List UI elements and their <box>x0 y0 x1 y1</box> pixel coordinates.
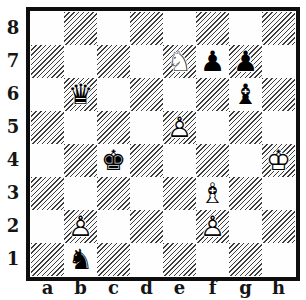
square-h8[interactable] <box>262 12 295 45</box>
square-c3[interactable] <box>97 177 130 210</box>
square-h6[interactable] <box>262 78 295 111</box>
square-f4[interactable] <box>196 144 229 177</box>
file-label-a: a <box>31 277 64 299</box>
square-g6[interactable]: ♝ <box>229 78 262 111</box>
square-e3[interactable] <box>163 177 196 210</box>
square-c1[interactable] <box>97 243 130 276</box>
file-labels: abcdefgh <box>31 277 295 299</box>
rank-labels: 87654321 <box>0 11 26 275</box>
square-a3[interactable] <box>31 177 64 210</box>
square-f8[interactable] <box>196 12 229 45</box>
file-label-g: g <box>229 277 262 299</box>
square-d3[interactable] <box>130 177 163 210</box>
square-g3[interactable] <box>229 177 262 210</box>
square-a6[interactable] <box>31 78 64 111</box>
square-b8[interactable] <box>64 12 97 45</box>
square-c6[interactable] <box>97 78 130 111</box>
file-label-d: d <box>130 277 163 299</box>
square-d1[interactable] <box>130 243 163 276</box>
file-label-f: f <box>196 277 229 299</box>
square-d5[interactable] <box>130 111 163 144</box>
square-a7[interactable] <box>31 45 64 78</box>
square-c8[interactable] <box>97 12 130 45</box>
chess-diagram: 87654321 ♘♟♟♛♝♙♚♔♗♙♙♞ abcdefgh <box>0 0 306 300</box>
square-a2[interactable] <box>31 210 64 243</box>
square-e7[interactable]: ♘ <box>163 45 196 78</box>
square-c7[interactable] <box>97 45 130 78</box>
square-h3[interactable] <box>262 177 295 210</box>
white-bishop-f3[interactable]: ♗ <box>200 177 225 210</box>
file-label-e: e <box>163 277 196 299</box>
square-c5[interactable] <box>97 111 130 144</box>
square-h4[interactable]: ♔ <box>262 144 295 177</box>
square-e1[interactable] <box>163 243 196 276</box>
board-frame: ♘♟♟♛♝♙♚♔♗♙♙♞ <box>26 7 300 281</box>
square-g7[interactable]: ♟ <box>229 45 262 78</box>
square-d7[interactable] <box>130 45 163 78</box>
rank-label-7: 7 <box>0 44 26 77</box>
square-e6[interactable] <box>163 78 196 111</box>
square-b1[interactable]: ♞ <box>64 243 97 276</box>
square-b3[interactable] <box>64 177 97 210</box>
square-a1[interactable] <box>31 243 64 276</box>
square-b2[interactable]: ♙ <box>64 210 97 243</box>
square-d4[interactable] <box>130 144 163 177</box>
square-d6[interactable] <box>130 78 163 111</box>
rank-label-6: 6 <box>0 77 26 110</box>
square-e4[interactable] <box>163 144 196 177</box>
square-a8[interactable] <box>31 12 64 45</box>
black-king-c4[interactable]: ♚ <box>101 144 126 177</box>
black-knight-b1[interactable]: ♞ <box>68 243 93 276</box>
board: ♘♟♟♛♝♙♚♔♗♙♙♞ <box>31 12 295 276</box>
square-h7[interactable] <box>262 45 295 78</box>
square-g1[interactable] <box>229 243 262 276</box>
rank-label-1: 1 <box>0 242 26 275</box>
square-f6[interactable] <box>196 78 229 111</box>
file-label-h: h <box>262 277 295 299</box>
white-pawn-b2[interactable]: ♙ <box>68 210 93 243</box>
square-e5[interactable]: ♙ <box>163 111 196 144</box>
square-h2[interactable] <box>262 210 295 243</box>
square-d8[interactable] <box>130 12 163 45</box>
square-b4[interactable] <box>64 144 97 177</box>
square-e2[interactable] <box>163 210 196 243</box>
square-e8[interactable] <box>163 12 196 45</box>
white-knight-e7[interactable]: ♘ <box>167 45 192 78</box>
square-a4[interactable] <box>31 144 64 177</box>
square-g5[interactable] <box>229 111 262 144</box>
white-pawn-f2[interactable]: ♙ <box>200 210 225 243</box>
black-bishop-g6[interactable]: ♝ <box>233 78 258 111</box>
rank-label-4: 4 <box>0 143 26 176</box>
square-f3[interactable]: ♗ <box>196 177 229 210</box>
square-b6[interactable]: ♛ <box>64 78 97 111</box>
square-c4[interactable]: ♚ <box>97 144 130 177</box>
file-label-b: b <box>64 277 97 299</box>
file-label-c: c <box>97 277 130 299</box>
square-f5[interactable] <box>196 111 229 144</box>
square-h5[interactable] <box>262 111 295 144</box>
square-b5[interactable] <box>64 111 97 144</box>
rank-label-8: 8 <box>0 11 26 44</box>
square-b7[interactable] <box>64 45 97 78</box>
rank-label-2: 2 <box>0 209 26 242</box>
square-h1[interactable] <box>262 243 295 276</box>
square-f1[interactable] <box>196 243 229 276</box>
square-a5[interactable] <box>31 111 64 144</box>
square-f2[interactable]: ♙ <box>196 210 229 243</box>
black-pawn-g7[interactable]: ♟ <box>233 45 258 78</box>
rank-label-3: 3 <box>0 176 26 209</box>
square-g2[interactable] <box>229 210 262 243</box>
rank-label-5: 5 <box>0 110 26 143</box>
square-d2[interactable] <box>130 210 163 243</box>
square-c2[interactable] <box>97 210 130 243</box>
square-g4[interactable] <box>229 144 262 177</box>
black-queen-b6[interactable]: ♛ <box>68 78 93 111</box>
white-king-h4[interactable]: ♔ <box>266 144 291 177</box>
black-pawn-f7[interactable]: ♟ <box>200 45 225 78</box>
square-g8[interactable] <box>229 12 262 45</box>
white-pawn-e5[interactable]: ♙ <box>167 111 192 144</box>
square-f7[interactable]: ♟ <box>196 45 229 78</box>
